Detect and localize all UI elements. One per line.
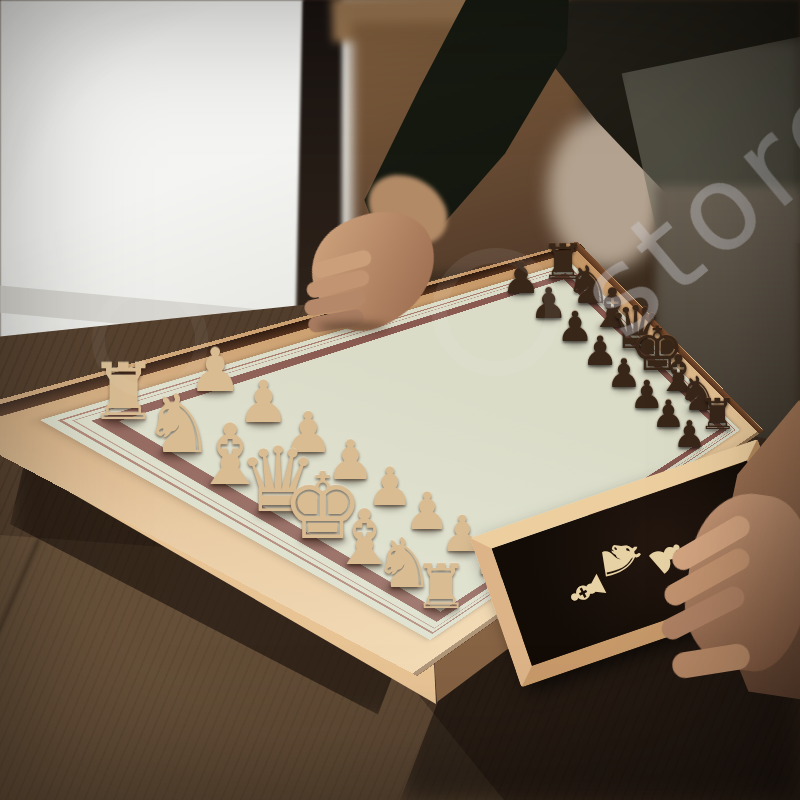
watermark-logo-icon [92,282,208,398]
watermark-logo-icon [432,248,560,376]
scene: ♜♞♝♛♚♝♞♜♟♟♟♟♟♟♟♟♟♟♟♟♟♟♟♟♜♞♝♛♚♝♞♜ ♞♟♝ sto… [0,0,800,800]
black-pawn-h7[interactable]: ♟ [673,416,706,453]
white-rook-h1[interactable]: ♜ [414,557,469,619]
finger-shadow [318,322,388,332]
